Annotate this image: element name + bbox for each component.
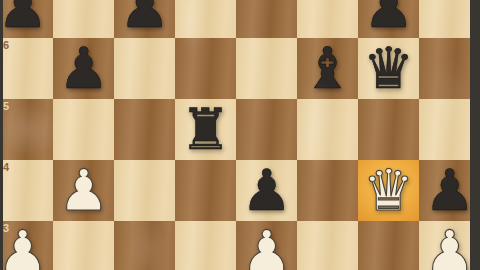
square-e5[interactable] — [236, 99, 297, 160]
square-f5[interactable] — [297, 99, 358, 160]
square-e4[interactable]: ♟ — [236, 160, 297, 221]
square-g3[interactable] — [358, 221, 419, 270]
rank-label-5: 5 — [3, 101, 9, 112]
black-rook-d5[interactable]: ♜ — [175, 99, 236, 160]
square-b3[interactable] — [53, 221, 114, 270]
square-d6[interactable] — [175, 38, 236, 99]
board: ♟♟♟6♟♝♛5♜4♟♟♛♟3♟♟♟ — [0, 0, 480, 270]
square-g5[interactable] — [358, 99, 419, 160]
square-c4[interactable] — [114, 160, 175, 221]
square-a7[interactable]: ♟ — [0, 0, 53, 38]
rank-label-6: 6 — [3, 40, 9, 51]
square-c3[interactable] — [114, 221, 175, 270]
white-pawn-b4[interactable]: ♟ — [53, 160, 114, 221]
square-d4[interactable] — [175, 160, 236, 221]
square-e6[interactable] — [236, 38, 297, 99]
black-pawn-a7[interactable]: ♟ — [0, 0, 53, 38]
square-a6[interactable]: 6 — [0, 38, 53, 99]
square-g4[interactable]: ♛ — [358, 160, 419, 221]
square-b6[interactable]: ♟ — [53, 38, 114, 99]
square-f3[interactable] — [297, 221, 358, 270]
black-pawn-c7[interactable]: ♟ — [114, 0, 175, 38]
square-d3[interactable] — [175, 221, 236, 270]
chess-video-frame: ♟♟♟6♟♝♛5♜4♟♟♛♟3♟♟♟ — [0, 0, 480, 270]
black-pawn-b6[interactable]: ♟ — [53, 38, 114, 99]
square-g7[interactable]: ♟ — [358, 0, 419, 38]
square-d7[interactable] — [175, 0, 236, 38]
letterbox-bar-right — [470, 0, 480, 270]
white-pawn-a3[interactable]: ♟ — [0, 221, 53, 270]
square-b5[interactable] — [53, 99, 114, 160]
square-c6[interactable] — [114, 38, 175, 99]
white-pawn-e3[interactable]: ♟ — [236, 221, 297, 270]
square-g6[interactable]: ♛ — [358, 38, 419, 99]
square-a4[interactable]: 4 — [0, 160, 53, 221]
black-bishop-f6[interactable]: ♝ — [297, 38, 358, 99]
black-pawn-e4[interactable]: ♟ — [236, 160, 297, 221]
square-e3[interactable]: ♟ — [236, 221, 297, 270]
rank-label-4: 4 — [3, 162, 9, 173]
square-b4[interactable]: ♟ — [53, 160, 114, 221]
square-f7[interactable] — [297, 0, 358, 38]
square-f6[interactable]: ♝ — [297, 38, 358, 99]
square-d5[interactable]: ♜ — [175, 99, 236, 160]
letterbox-bar-left — [0, 0, 3, 270]
square-c7[interactable]: ♟ — [114, 0, 175, 38]
square-f4[interactable] — [297, 160, 358, 221]
black-pawn-g7[interactable]: ♟ — [358, 0, 419, 38]
black-queen-g6[interactable]: ♛ — [358, 38, 419, 99]
white-queen-g4[interactable]: ♛ — [358, 160, 419, 221]
square-e7[interactable] — [236, 0, 297, 38]
square-a5[interactable]: 5 — [0, 99, 53, 160]
square-c5[interactable] — [114, 99, 175, 160]
square-a3[interactable]: 3♟ — [0, 221, 53, 270]
square-b7[interactable] — [53, 0, 114, 38]
